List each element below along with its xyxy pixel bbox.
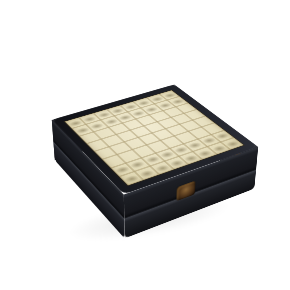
pawn-glyph: ♟ bbox=[105, 107, 118, 122]
clasp-hinge-icon bbox=[176, 180, 195, 201]
pawn-glyph: ♟ bbox=[172, 88, 185, 102]
rook-glyph: ♜ bbox=[122, 157, 142, 179]
pawn-glyph: ♟ bbox=[159, 92, 172, 106]
scene: ♜♞♝♛♚♝♞♜♟♟♟♟♟♟♟♟♟♟♟♟♟♟♟♟♜♞♝♛♚♝♞♜ bbox=[0, 0, 290, 290]
pawn-glyph: ♟ bbox=[91, 111, 104, 126]
pawn-glyph: ♟ bbox=[119, 103, 132, 118]
product-photo: ♜♞♝♛♚♝♞♜♟♟♟♟♟♟♟♟♟♟♟♟♟♟♟♟♜♞♝♛♚♝♞♜ bbox=[0, 0, 290, 290]
pawn-glyph: ♟ bbox=[146, 95, 159, 109]
pawn-glyph: ♟ bbox=[76, 116, 89, 131]
pawn-glyph: ♟ bbox=[132, 99, 145, 113]
chess-case: ♜♞♝♛♚♝♞♜♟♟♟♟♟♟♟♟♟♟♟♟♟♟♟♟♜♞♝♛♚♝♞♜ bbox=[52, 84, 258, 194]
